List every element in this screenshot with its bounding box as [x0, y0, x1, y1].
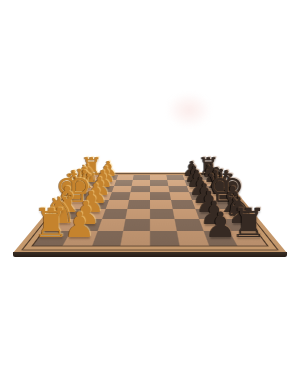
square: [109, 192, 131, 200]
square: [126, 209, 150, 219]
square: [168, 186, 189, 193]
square: [150, 231, 179, 246]
square: [217, 209, 247, 219]
square: [150, 186, 169, 193]
square: [97, 219, 126, 231]
square: [150, 200, 172, 209]
board-front-edge: [13, 252, 287, 257]
square: [101, 209, 127, 219]
square: [150, 192, 171, 200]
product-photo: ♜♟♟♜♞♟♟♞♝♟♟♝♛♟♟♛♚♟♟♚♝♟♟♝♞♟♟♞♜♟♟♜: [0, 0, 300, 375]
square: [111, 186, 132, 193]
square: [128, 200, 150, 209]
square: [121, 231, 150, 246]
square: [204, 186, 227, 193]
square: [129, 192, 150, 200]
square: [223, 219, 256, 231]
square: [208, 192, 233, 200]
square: [131, 186, 150, 193]
square: [150, 209, 174, 219]
chess-board: [12, 173, 287, 254]
square: [150, 219, 177, 231]
square: [92, 231, 124, 246]
background-smudge: [166, 92, 212, 128]
square: [123, 219, 150, 231]
square: [105, 200, 129, 209]
square: [212, 200, 239, 209]
board-grid: [31, 175, 269, 247]
